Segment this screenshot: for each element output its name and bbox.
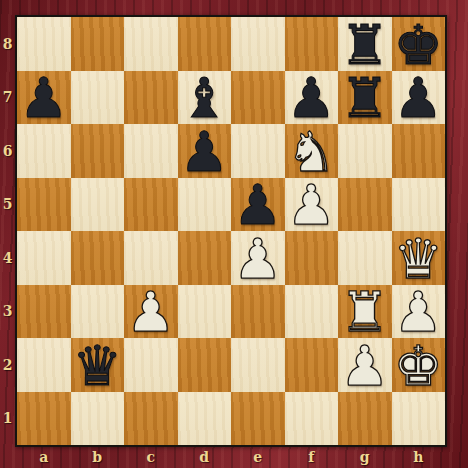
square-d1[interactable] <box>178 392 232 446</box>
square-e4[interactable]: ♟ <box>231 231 285 285</box>
square-f8[interactable] <box>285 17 339 71</box>
square-a6[interactable] <box>17 124 71 178</box>
rank-label-6: 6 <box>0 124 15 178</box>
square-f5[interactable]: ♟ <box>285 178 339 232</box>
square-a5[interactable] <box>17 178 71 232</box>
square-b4[interactable] <box>71 231 125 285</box>
rank-label-2: 2 <box>0 338 15 392</box>
square-d3[interactable] <box>178 285 232 339</box>
file-label-g: g <box>338 446 392 467</box>
square-a8[interactable] <box>17 17 71 71</box>
square-c2[interactable] <box>124 338 178 392</box>
file-label-f: f <box>285 446 339 467</box>
black-pawn[interactable]: ♟ <box>233 178 282 231</box>
square-e6[interactable] <box>231 124 285 178</box>
white-pawn[interactable]: ♟ <box>287 178 336 231</box>
square-e3[interactable] <box>231 285 285 339</box>
square-b1[interactable] <box>71 392 125 446</box>
square-b7[interactable] <box>71 71 125 125</box>
square-g4[interactable] <box>338 231 392 285</box>
square-e8[interactable] <box>231 17 285 71</box>
black-pawn[interactable]: ♟ <box>19 71 68 124</box>
file-label-e: e <box>231 446 285 467</box>
square-f7[interactable]: ♟ <box>285 71 339 125</box>
square-h2[interactable]: ♚ <box>392 338 446 392</box>
square-d6[interactable]: ♟ <box>178 124 232 178</box>
square-b6[interactable] <box>71 124 125 178</box>
square-c4[interactable] <box>124 231 178 285</box>
white-queen[interactable]: ♛ <box>394 232 443 285</box>
square-e7[interactable] <box>231 71 285 125</box>
square-g5[interactable] <box>338 178 392 232</box>
square-h3[interactable]: ♟ <box>392 285 446 339</box>
rank-label-1: 1 <box>0 392 15 446</box>
white-rook[interactable]: ♜ <box>340 285 389 338</box>
square-g6[interactable] <box>338 124 392 178</box>
square-g3[interactable]: ♜ <box>338 285 392 339</box>
rank-label-5: 5 <box>0 178 15 232</box>
white-pawn[interactable]: ♟ <box>233 232 282 285</box>
square-h8[interactable]: ♚ <box>392 17 446 71</box>
square-b5[interactable] <box>71 178 125 232</box>
black-pawn[interactable]: ♟ <box>180 125 229 178</box>
square-d8[interactable] <box>178 17 232 71</box>
black-bishop[interactable]: ♝ <box>180 71 229 124</box>
white-knight[interactable]: ♞ <box>287 125 336 178</box>
file-labels: abcdefgh <box>17 446 445 467</box>
square-d5[interactable] <box>178 178 232 232</box>
white-king[interactable]: ♚ <box>394 339 443 392</box>
square-b8[interactable] <box>71 17 125 71</box>
square-a3[interactable] <box>17 285 71 339</box>
rank-label-7: 7 <box>0 71 15 125</box>
black-king[interactable]: ♚ <box>394 18 443 71</box>
square-h4[interactable]: ♛ <box>392 231 446 285</box>
black-queen[interactable]: ♛ <box>73 339 122 392</box>
square-c6[interactable] <box>124 124 178 178</box>
square-h7[interactable]: ♟ <box>392 71 446 125</box>
file-label-d: d <box>178 446 232 467</box>
square-c8[interactable] <box>124 17 178 71</box>
chessboard-frame: 87654321 abcdefgh ♜♚♟♝♟♜♟♟♞♟♟♟♛♟♜♟♛♟♚ <box>0 0 468 468</box>
square-d7[interactable]: ♝ <box>178 71 232 125</box>
file-label-a: a <box>17 446 71 467</box>
square-f6[interactable]: ♞ <box>285 124 339 178</box>
white-pawn[interactable]: ♟ <box>394 285 443 338</box>
square-d4[interactable] <box>178 231 232 285</box>
square-g7[interactable]: ♜ <box>338 71 392 125</box>
square-h1[interactable] <box>392 392 446 446</box>
square-c3[interactable]: ♟ <box>124 285 178 339</box>
square-f3[interactable] <box>285 285 339 339</box>
black-rook[interactable]: ♜ <box>340 71 389 124</box>
square-f2[interactable] <box>285 338 339 392</box>
square-a7[interactable]: ♟ <box>17 71 71 125</box>
square-c7[interactable] <box>124 71 178 125</box>
square-a4[interactable] <box>17 231 71 285</box>
square-g1[interactable] <box>338 392 392 446</box>
square-h5[interactable] <box>392 178 446 232</box>
black-pawn[interactable]: ♟ <box>287 71 336 124</box>
square-f1[interactable] <box>285 392 339 446</box>
white-pawn[interactable]: ♟ <box>126 285 175 338</box>
square-c1[interactable] <box>124 392 178 446</box>
square-b3[interactable] <box>71 285 125 339</box>
square-c5[interactable] <box>124 178 178 232</box>
square-e5[interactable]: ♟ <box>231 178 285 232</box>
square-a2[interactable] <box>17 338 71 392</box>
square-b2[interactable]: ♛ <box>71 338 125 392</box>
square-g8[interactable]: ♜ <box>338 17 392 71</box>
rank-label-8: 8 <box>0 17 15 71</box>
file-label-c: c <box>124 446 178 467</box>
square-e1[interactable] <box>231 392 285 446</box>
file-label-h: h <box>392 446 446 467</box>
square-f4[interactable] <box>285 231 339 285</box>
black-pawn[interactable]: ♟ <box>394 71 443 124</box>
white-pawn[interactable]: ♟ <box>340 339 389 392</box>
square-e2[interactable] <box>231 338 285 392</box>
square-g2[interactable]: ♟ <box>338 338 392 392</box>
chess-board: ♜♚♟♝♟♜♟♟♞♟♟♟♛♟♜♟♛♟♚ <box>15 15 447 447</box>
file-label-b: b <box>71 446 125 467</box>
rank-labels: 87654321 <box>0 17 15 445</box>
square-d2[interactable] <box>178 338 232 392</box>
black-rook[interactable]: ♜ <box>340 18 389 71</box>
rank-label-3: 3 <box>0 285 15 339</box>
rank-label-4: 4 <box>0 231 15 285</box>
square-h6[interactable] <box>392 124 446 178</box>
square-a1[interactable] <box>17 392 71 446</box>
